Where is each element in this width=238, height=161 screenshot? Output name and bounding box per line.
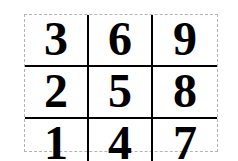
cell-r1c1: 5 [89,67,153,119]
cell-r2c1: 4 [89,119,153,161]
cell-r0c1: 6 [89,15,153,67]
number-grid: 3 6 9 2 5 8 1 4 7 [24,14,218,152]
cell-r2c2: 7 [153,119,217,161]
cell-r1c2: 8 [153,67,217,119]
cell-r0c0: 3 [25,15,89,67]
cell-r0c2: 9 [153,15,217,67]
cell-r2c0: 1 [25,119,89,161]
cell-r1c0: 2 [25,67,89,119]
